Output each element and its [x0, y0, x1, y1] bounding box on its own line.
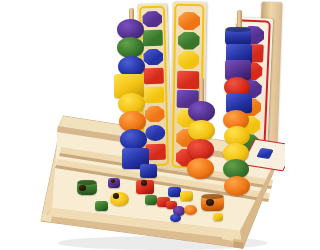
bead-purple-cube	[108, 178, 120, 187]
bead-hole	[79, 185, 86, 191]
bead-yellow-cube	[213, 213, 223, 221]
dowel	[199, 78, 204, 103]
bead-green-cube	[145, 195, 157, 204]
bead-red-round	[187, 139, 214, 160]
bead-purple-round	[188, 101, 215, 122]
bead-blue-cube	[140, 164, 157, 177]
bead-stack-3	[218, 27, 258, 216]
bead-red-cube	[136, 180, 154, 194]
bead-blue-cube	[168, 187, 181, 197]
bead-hole	[206, 199, 214, 206]
flat-card-shape-blue-square	[256, 148, 274, 159]
card-shape-red-square	[177, 70, 199, 88]
product-photo-bead-sequencing-set	[35, 0, 285, 250]
cylinder-top-face	[225, 27, 251, 32]
bead-green-cube	[95, 201, 108, 211]
bead-orange-cylinder	[201, 194, 224, 211]
bead-green-cylinder	[77, 180, 97, 195]
bead-hole	[111, 179, 115, 183]
bead-blue-round	[170, 214, 181, 223]
bead-stack-2	[181, 101, 221, 201]
bead-yellow-round	[110, 192, 129, 207]
bead-yellow-cube	[180, 191, 193, 201]
bead-orange-round	[187, 158, 214, 179]
bead-hole	[141, 180, 147, 185]
bead-hole	[113, 193, 119, 199]
bead-yellow-round	[188, 120, 215, 141]
bead-orange-round	[184, 205, 197, 215]
cylinder-top-face	[201, 194, 224, 199]
bead-orange-round	[224, 176, 250, 196]
